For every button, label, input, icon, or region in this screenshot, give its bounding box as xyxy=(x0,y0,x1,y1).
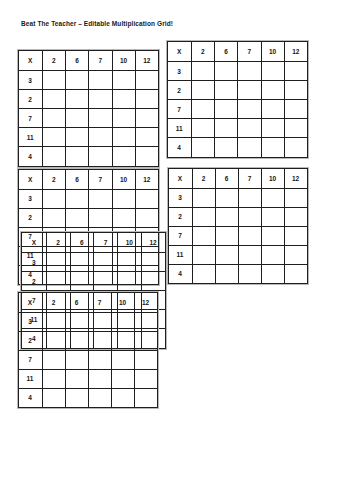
answer-cell[interactable] xyxy=(88,331,111,350)
multiplicand-label-cell: 3 xyxy=(22,252,46,271)
answer-cell[interactable] xyxy=(93,271,117,290)
answer-cell[interactable] xyxy=(112,208,135,227)
answer-cell[interactable] xyxy=(237,118,260,137)
answer-cell[interactable] xyxy=(214,99,237,118)
multiplier-header-cell: 6 xyxy=(70,233,94,252)
answer-cell[interactable] xyxy=(261,61,284,80)
answer-cell[interactable] xyxy=(42,369,65,388)
answer-cell[interactable] xyxy=(192,264,215,283)
answer-cell[interactable] xyxy=(88,312,111,331)
multiplier-header-cell: 2 xyxy=(191,42,214,61)
answer-cell[interactable] xyxy=(191,118,214,137)
answer-cell[interactable] xyxy=(215,207,238,226)
answer-cell[interactable] xyxy=(65,350,88,369)
multiplication-grid-top-right: X2671012327114 xyxy=(167,41,309,158)
answer-cell[interactable] xyxy=(214,137,237,156)
answer-cell[interactable] xyxy=(191,99,214,118)
answer-cell[interactable] xyxy=(191,61,214,80)
answer-cell[interactable] xyxy=(88,208,111,227)
multiplicand-label-cell: 2 xyxy=(19,331,42,350)
answer-cell[interactable] xyxy=(214,61,237,80)
answer-cell[interactable] xyxy=(65,312,88,331)
times-symbol-cell: X xyxy=(19,170,42,189)
times-symbol-cell: X xyxy=(19,293,42,312)
answer-cell[interactable] xyxy=(42,350,65,369)
answer-cell[interactable] xyxy=(134,369,157,388)
answer-cell[interactable] xyxy=(238,207,261,226)
answer-cell[interactable] xyxy=(112,146,135,165)
answer-cell[interactable] xyxy=(135,70,158,89)
multiplier-header-cell: 12 xyxy=(141,233,165,252)
answer-cell[interactable] xyxy=(112,127,135,146)
answer-cell[interactable] xyxy=(237,99,260,118)
multiplier-header-cell: 6 xyxy=(65,170,88,189)
answer-cell[interactable] xyxy=(284,118,307,137)
multiplier-header-cell: 6 xyxy=(65,51,88,70)
answer-cell[interactable] xyxy=(284,226,307,245)
multiplier-header-cell: 2 xyxy=(46,233,70,252)
multiplier-header-cell: 12 xyxy=(135,51,158,70)
answer-cell[interactable] xyxy=(261,118,284,137)
answer-cell[interactable] xyxy=(135,208,158,227)
answer-cell[interactable] xyxy=(42,108,65,127)
multiplier-header-cell: 2 xyxy=(42,170,65,189)
answer-cell[interactable] xyxy=(42,146,65,165)
multiplier-header-cell: 10 xyxy=(117,233,141,252)
answer-cell[interactable] xyxy=(238,264,261,283)
answer-cell[interactable] xyxy=(117,252,141,271)
multiplier-header-cell: 2 xyxy=(42,293,65,312)
multiplicand-label-cell: 3 xyxy=(168,61,191,80)
answer-cell[interactable] xyxy=(42,189,65,208)
times-symbol-cell: X xyxy=(168,42,191,61)
multiplicand-label-cell: 11 xyxy=(169,245,192,264)
answer-cell[interactable] xyxy=(134,350,157,369)
answer-cell[interactable] xyxy=(117,271,141,290)
multiplier-header-cell: 10 xyxy=(112,51,135,70)
answer-cell[interactable] xyxy=(192,207,215,226)
answer-cell[interactable] xyxy=(111,369,134,388)
answer-cell[interactable] xyxy=(93,252,117,271)
answer-cell[interactable] xyxy=(88,70,111,89)
answer-cell[interactable] xyxy=(88,108,111,127)
answer-cell[interactable] xyxy=(111,350,134,369)
multiplier-header-cell: 10 xyxy=(112,170,135,189)
multiplicand-label-cell: 7 xyxy=(19,108,42,127)
answer-cell[interactable] xyxy=(46,252,70,271)
answer-cell[interactable] xyxy=(65,208,88,227)
answer-cell[interactable] xyxy=(191,137,214,156)
multiplicand-label-cell: 2 xyxy=(19,89,42,108)
multiplier-header-cell: 10 xyxy=(261,169,284,188)
multiplier-header-cell: 6 xyxy=(215,169,238,188)
multiplicand-label-cell: 2 xyxy=(19,208,42,227)
answer-cell[interactable] xyxy=(141,271,165,290)
multiplier-header-cell: 10 xyxy=(261,42,284,61)
answer-cell[interactable] xyxy=(46,271,70,290)
multiplicand-label-cell: 11 xyxy=(168,118,191,137)
answer-cell[interactable] xyxy=(134,331,157,350)
answer-cell[interactable] xyxy=(191,80,214,99)
multiplicand-label-cell: 7 xyxy=(19,350,42,369)
answer-cell[interactable] xyxy=(65,127,88,146)
answer-cell[interactable] xyxy=(42,388,65,407)
answer-cell[interactable] xyxy=(141,252,165,271)
multiplicand-label-cell: 4 xyxy=(19,146,42,165)
multiplier-header-cell: 12 xyxy=(134,293,157,312)
answer-cell[interactable] xyxy=(192,226,215,245)
answer-cell[interactable] xyxy=(65,369,88,388)
multiplier-header-cell: 6 xyxy=(65,293,88,312)
multiplicand-label-cell: 3 xyxy=(169,188,192,207)
answer-cell[interactable] xyxy=(135,127,158,146)
answer-cell[interactable] xyxy=(42,312,65,331)
multiplier-header-cell: 12 xyxy=(284,42,307,61)
answer-cell[interactable] xyxy=(135,108,158,127)
multiplicand-label-cell: 3 xyxy=(19,189,42,208)
answer-cell[interactable] xyxy=(284,207,307,226)
answer-cell[interactable] xyxy=(88,146,111,165)
answer-cell[interactable] xyxy=(42,89,65,108)
answer-cell[interactable] xyxy=(261,137,284,156)
answer-cell[interactable] xyxy=(261,264,284,283)
answer-cell[interactable] xyxy=(135,146,158,165)
answer-cell[interactable] xyxy=(284,80,307,99)
answer-cell[interactable] xyxy=(65,108,88,127)
answer-cell[interactable] xyxy=(284,61,307,80)
answer-cell[interactable] xyxy=(261,188,284,207)
page-title: Beat The Teacher – Editable Multiplicati… xyxy=(21,20,173,27)
answer-cell[interactable] xyxy=(261,226,284,245)
answer-cell[interactable] xyxy=(261,99,284,118)
multiplicand-label-cell: 2 xyxy=(169,207,192,226)
times-symbol-cell: X xyxy=(22,233,46,252)
answer-cell[interactable] xyxy=(238,226,261,245)
answer-cell[interactable] xyxy=(284,137,307,156)
answer-cell[interactable] xyxy=(88,189,111,208)
answer-cell[interactable] xyxy=(284,188,307,207)
multiplier-header-cell: 12 xyxy=(135,170,158,189)
answer-cell[interactable] xyxy=(192,188,215,207)
multiplicand-label-cell: 3 xyxy=(19,70,42,89)
answer-cell[interactable] xyxy=(88,350,111,369)
multiplicand-label-cell: 11 xyxy=(19,369,42,388)
multiplier-header-cell: 7 xyxy=(88,293,111,312)
answer-cell[interactable] xyxy=(215,264,238,283)
answer-cell[interactable] xyxy=(192,245,215,264)
multiplicand-label-cell: 4 xyxy=(168,137,191,156)
answer-cell[interactable] xyxy=(284,264,307,283)
answer-cell[interactable] xyxy=(65,331,88,350)
answer-cell[interactable] xyxy=(112,108,135,127)
answer-cell[interactable] xyxy=(135,89,158,108)
multiplicand-label-cell: 3 xyxy=(19,312,42,331)
answer-cell[interactable] xyxy=(65,388,88,407)
answer-cell[interactable] xyxy=(42,70,65,89)
answer-cell[interactable] xyxy=(284,245,307,264)
multiplicand-label-cell: 11 xyxy=(19,127,42,146)
multiplier-header-cell: 7 xyxy=(238,169,261,188)
multiplication-grid-middle-right: X2671012327114 xyxy=(168,168,308,285)
multiplicand-label-cell: 4 xyxy=(19,388,42,407)
answer-cell[interactable] xyxy=(65,89,88,108)
worksheet-page: Beat The Teacher – Editable Multiplicati… xyxy=(0,0,353,500)
answer-cell[interactable] xyxy=(42,208,65,227)
multiplier-header-cell: 7 xyxy=(88,51,111,70)
answer-cell[interactable] xyxy=(42,331,65,350)
multiplicand-label-cell: 2 xyxy=(168,80,191,99)
answer-cell[interactable] xyxy=(70,252,94,271)
multiplication-grid-top-left: X2671012327114 xyxy=(18,50,160,167)
answer-cell[interactable] xyxy=(214,118,237,137)
answer-cell[interactable] xyxy=(238,188,261,207)
answer-cell[interactable] xyxy=(134,312,157,331)
multiplier-header-cell: 6 xyxy=(214,42,237,61)
answer-cell[interactable] xyxy=(214,80,237,99)
multiplicand-label-cell: 2 xyxy=(22,271,46,290)
answer-cell[interactable] xyxy=(261,80,284,99)
answer-cell[interactable] xyxy=(70,271,94,290)
answer-cell[interactable] xyxy=(88,127,111,146)
answer-cell[interactable] xyxy=(65,146,88,165)
answer-cell[interactable] xyxy=(65,189,88,208)
multiplier-header-cell: 10 xyxy=(111,293,134,312)
answer-cell[interactable] xyxy=(261,207,284,226)
answer-cell[interactable] xyxy=(111,388,134,407)
answer-cell[interactable] xyxy=(238,245,261,264)
multiplicand-label-cell: 7 xyxy=(168,99,191,118)
answer-cell[interactable] xyxy=(112,189,135,208)
multiplication-grid-bottom-left: X2671012327114 xyxy=(18,292,158,409)
answer-cell[interactable] xyxy=(284,99,307,118)
answer-cell[interactable] xyxy=(65,70,88,89)
answer-cell[interactable] xyxy=(237,61,260,80)
answer-cell[interactable] xyxy=(112,70,135,89)
answer-cell[interactable] xyxy=(111,312,134,331)
times-symbol-cell: X xyxy=(169,169,192,188)
answer-cell[interactable] xyxy=(42,127,65,146)
multiplier-header-cell: 7 xyxy=(88,170,111,189)
multiplier-header-cell: 2 xyxy=(192,169,215,188)
answer-cell[interactable] xyxy=(237,137,260,156)
answer-cell[interactable] xyxy=(135,189,158,208)
multiplier-header-cell: 2 xyxy=(42,51,65,70)
answer-cell[interactable] xyxy=(215,245,238,264)
multiplicand-label-cell: 7 xyxy=(169,226,192,245)
answer-cell[interactable] xyxy=(88,388,111,407)
answer-cell[interactable] xyxy=(215,226,238,245)
multiplicand-label-cell: 4 xyxy=(169,264,192,283)
answer-cell[interactable] xyxy=(111,331,134,350)
answer-cell[interactable] xyxy=(112,89,135,108)
answer-cell[interactable] xyxy=(237,80,260,99)
multiplier-header-cell: 7 xyxy=(93,233,117,252)
multiplier-header-cell: 12 xyxy=(284,169,307,188)
answer-cell[interactable] xyxy=(215,188,238,207)
answer-cell[interactable] xyxy=(261,245,284,264)
answer-cell[interactable] xyxy=(134,388,157,407)
answer-cell[interactable] xyxy=(88,369,111,388)
multiplier-header-cell: 7 xyxy=(237,42,260,61)
answer-cell[interactable] xyxy=(88,89,111,108)
times-symbol-cell: X xyxy=(19,51,42,70)
